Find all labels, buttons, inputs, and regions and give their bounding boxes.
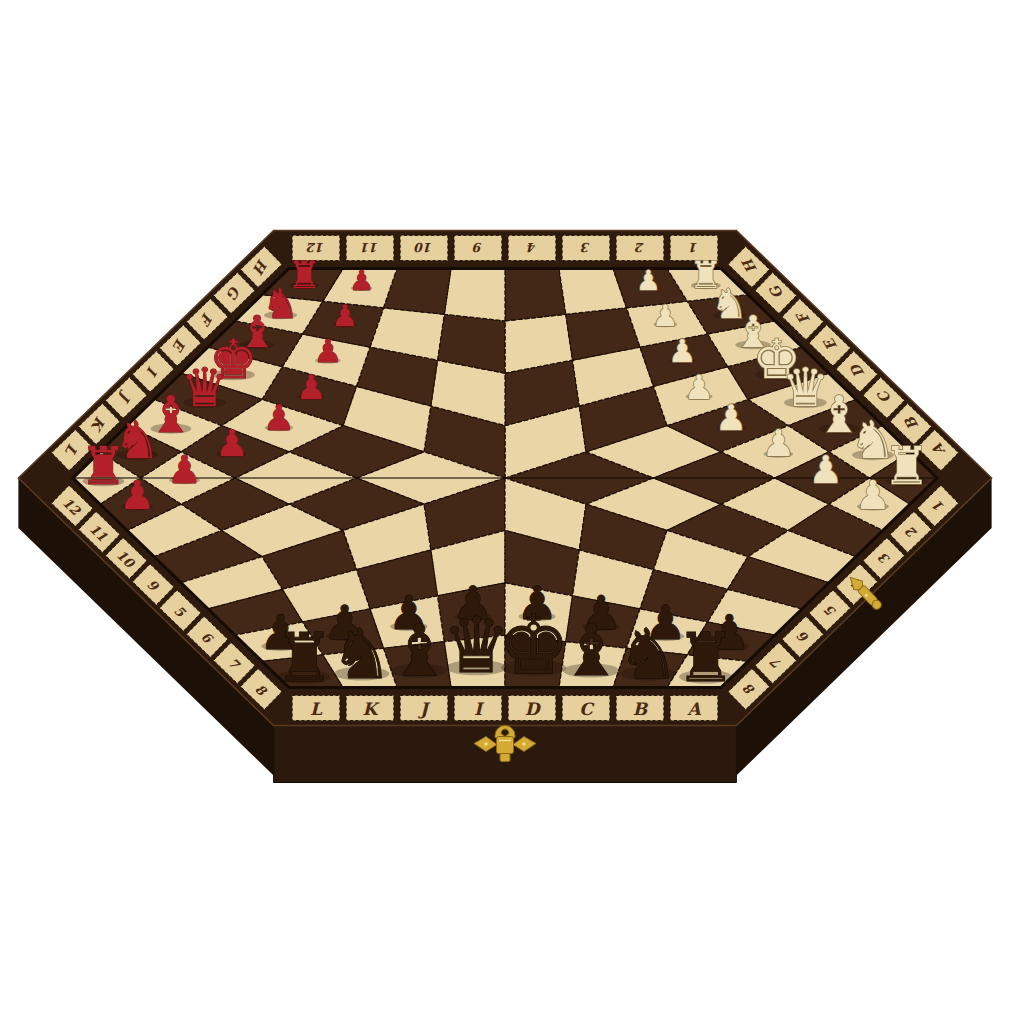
piece-black-N-K8[interactable]: ♞ xyxy=(330,614,392,694)
edge-label-top-3: 3 xyxy=(580,240,590,255)
piece-red-P-K11[interactable]: ♟ xyxy=(167,447,201,492)
edge-label-top-4: 4 xyxy=(527,240,536,255)
piece-white-P-G2[interactable]: ♟ xyxy=(652,299,679,333)
edge-label-top-10: 10 xyxy=(414,240,433,255)
piece-white-P-F2[interactable]: ♟ xyxy=(668,333,696,369)
piece-red-P-H11[interactable]: ♟ xyxy=(349,264,374,297)
piece-white-P-E2[interactable]: ♟ xyxy=(684,368,714,407)
edge-label-top-2: 2 xyxy=(634,240,644,255)
piece-black-R-A8[interactable]: ♜ xyxy=(676,619,736,697)
square-H9[interactable] xyxy=(444,269,505,321)
square-H4[interactable] xyxy=(505,269,566,321)
piece-red-P-F11[interactable]: ♟ xyxy=(314,333,342,369)
piece-white-P-D2[interactable]: ♟ xyxy=(715,397,747,438)
piece-white-P-A2[interactable]: ♟ xyxy=(855,472,891,518)
edge-label-bottom-A: A xyxy=(686,699,701,719)
piece-white-P-B2[interactable]: ♟ xyxy=(808,447,842,492)
piece-red-P-J11[interactable]: ♟ xyxy=(215,422,248,465)
edge-label-top-9: 9 xyxy=(472,240,482,255)
piece-red-P-L11[interactable]: ♟ xyxy=(119,472,155,518)
photo-canvas: LKJIDCBA121110956781234567812111094321LK… xyxy=(0,0,1010,1010)
piece-white-P-H2[interactable]: ♟ xyxy=(636,264,661,297)
three-player-chess-set: LKJIDCBA121110956781234567812111094321LK… xyxy=(0,0,1010,1010)
piece-red-P-G11[interactable]: ♟ xyxy=(331,299,358,333)
piece-red-P-E11[interactable]: ♟ xyxy=(296,368,326,407)
piece-black-R-L8[interactable]: ♜ xyxy=(274,619,334,697)
piece-black-B-J8[interactable]: ♝ xyxy=(387,610,450,692)
piece-black-B-C8[interactable]: ♝ xyxy=(560,610,623,692)
edge-label-bottom-D: D xyxy=(525,699,542,719)
edge-label-bottom-B: B xyxy=(633,699,649,719)
edge-label-top-11: 11 xyxy=(361,240,379,255)
piece-black-N-B8[interactable]: ♞ xyxy=(617,614,679,694)
piece-white-P-C2[interactable]: ♟ xyxy=(762,422,795,465)
piece-red-P-I11[interactable]: ♟ xyxy=(263,397,295,438)
edge-label-bottom-L: L xyxy=(310,699,323,719)
